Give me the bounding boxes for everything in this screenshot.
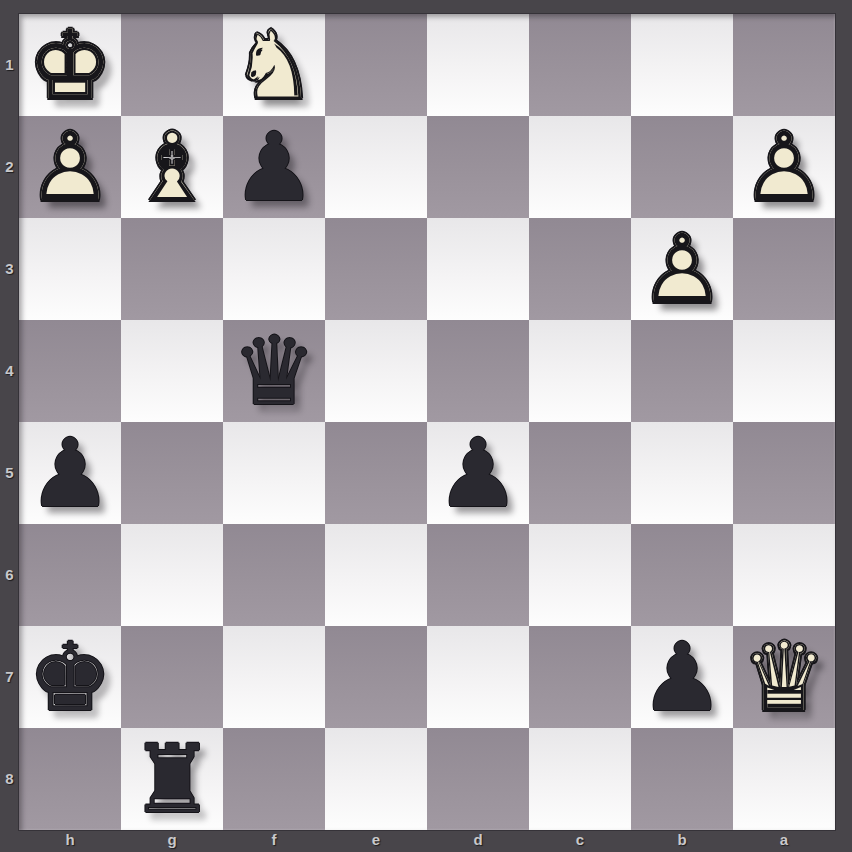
square-a8[interactable] [733,728,835,830]
square-d8[interactable] [427,728,529,830]
square-e7[interactable] [325,626,427,728]
square-d6[interactable] [427,524,529,626]
square-f1[interactable]: ♞♘ [223,14,325,116]
black-pawn-glyph: ♟ [19,422,121,524]
black-king-glyph: ♚ [19,626,121,728]
white-queen-outline-glyph: ♕ [733,626,835,728]
piece-white-bishop[interactable]: ♝♗ [121,116,223,218]
square-a7[interactable]: ♛♕ [733,626,835,728]
square-g7[interactable] [121,626,223,728]
square-h3[interactable] [19,218,121,320]
file-label-h: h [19,830,121,852]
white-knight-outline-glyph: ♘ [223,14,325,116]
square-d2[interactable] [427,116,529,218]
piece-black-pawn[interactable]: ♟ [223,116,325,218]
piece-white-queen[interactable]: ♛♕ [733,626,835,728]
square-f4[interactable]: ♛ [223,320,325,422]
square-h6[interactable] [19,524,121,626]
black-rook-glyph: ♜ [121,728,223,830]
square-b6[interactable] [631,524,733,626]
square-d7[interactable] [427,626,529,728]
rank-label-8: 8 [0,728,19,830]
square-h5[interactable]: ♟ [19,422,121,524]
square-e5[interactable] [325,422,427,524]
square-c1[interactable] [529,14,631,116]
white-pawn-outline-glyph: ♙ [733,116,835,218]
square-g1[interactable] [121,14,223,116]
rank-label-6: 6 [0,524,19,626]
square-g6[interactable] [121,524,223,626]
chess-board: ♚♔♞♘♟♙♝♗♟♟♙♟♙♛♟♟♚♟♛♕♜ [19,14,835,830]
black-pawn-glyph: ♟ [427,422,529,524]
square-a2[interactable]: ♟♙ [733,116,835,218]
square-h7[interactable]: ♚ [19,626,121,728]
file-label-f: f [223,830,325,852]
square-a6[interactable] [733,524,835,626]
square-b8[interactable] [631,728,733,830]
chess-board-screenshot: 12345678 hgfedcba ♚♔♞♘♟♙♝♗♟♟♙♟♙♛♟♟♚♟♛♕♜ [0,0,852,852]
rank-label-4: 4 [0,320,19,422]
square-e1[interactable] [325,14,427,116]
square-g2[interactable]: ♝♗ [121,116,223,218]
rank-label-2: 2 [0,116,19,218]
square-c8[interactable] [529,728,631,830]
square-h8[interactable] [19,728,121,830]
square-e8[interactable] [325,728,427,830]
square-e2[interactable] [325,116,427,218]
square-e6[interactable] [325,524,427,626]
square-a4[interactable] [733,320,835,422]
square-h2[interactable]: ♟♙ [19,116,121,218]
file-label-a: a [733,830,835,852]
file-label-d: d [427,830,529,852]
square-d4[interactable] [427,320,529,422]
file-label-b: b [631,830,733,852]
white-bishop-outline-glyph: ♗ [121,116,223,218]
square-a3[interactable] [733,218,835,320]
square-c6[interactable] [529,524,631,626]
square-c7[interactable] [529,626,631,728]
black-pawn-glyph: ♟ [631,626,733,728]
rank-label-5: 5 [0,422,19,524]
white-pawn-outline-glyph: ♙ [631,218,733,320]
file-label-c: c [529,830,631,852]
square-f5[interactable] [223,422,325,524]
piece-black-pawn[interactable]: ♟ [631,626,733,728]
square-a1[interactable] [733,14,835,116]
square-f2[interactable]: ♟ [223,116,325,218]
piece-black-rook[interactable]: ♜ [121,728,223,830]
black-queen-glyph: ♛ [223,320,325,422]
square-g5[interactable] [121,422,223,524]
square-f8[interactable] [223,728,325,830]
piece-white-pawn[interactable]: ♟♙ [19,116,121,218]
square-c4[interactable] [529,320,631,422]
rank-label-3: 3 [0,218,19,320]
square-f7[interactable] [223,626,325,728]
piece-white-pawn[interactable]: ♟♙ [733,116,835,218]
square-d5[interactable]: ♟ [427,422,529,524]
square-b2[interactable] [631,116,733,218]
black-pawn-glyph: ♟ [223,116,325,218]
square-c3[interactable] [529,218,631,320]
square-f6[interactable] [223,524,325,626]
file-label-e: e [325,830,427,852]
square-g4[interactable] [121,320,223,422]
square-e4[interactable] [325,320,427,422]
square-b1[interactable] [631,14,733,116]
square-b5[interactable] [631,422,733,524]
square-a5[interactable] [733,422,835,524]
square-g8[interactable]: ♜ [121,728,223,830]
rank-label-1: 1 [0,14,19,116]
piece-white-pawn[interactable]: ♟♙ [631,218,733,320]
square-c2[interactable] [529,116,631,218]
piece-white-king[interactable]: ♚♔ [19,14,121,116]
white-pawn-outline-glyph: ♙ [19,116,121,218]
square-d3[interactable] [427,218,529,320]
square-f3[interactable] [223,218,325,320]
piece-black-queen[interactable]: ♛ [223,320,325,422]
rank-labels: 12345678 [0,14,19,830]
piece-black-pawn[interactable]: ♟ [19,422,121,524]
piece-black-pawn[interactable]: ♟ [427,422,529,524]
square-c5[interactable] [529,422,631,524]
square-e3[interactable] [325,218,427,320]
white-king-outline-glyph: ♔ [19,14,121,116]
piece-black-king[interactable]: ♚ [19,626,121,728]
piece-white-knight[interactable]: ♞♘ [223,14,325,116]
square-b3[interactable]: ♟♙ [631,218,733,320]
square-d1[interactable] [427,14,529,116]
square-g3[interactable] [121,218,223,320]
square-h1[interactable]: ♚♔ [19,14,121,116]
square-b4[interactable] [631,320,733,422]
rank-label-7: 7 [0,626,19,728]
square-h4[interactable] [19,320,121,422]
square-b7[interactable]: ♟ [631,626,733,728]
